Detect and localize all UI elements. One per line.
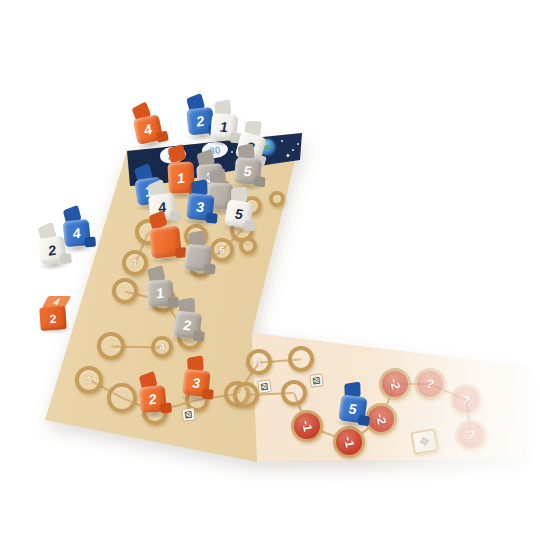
pawn-white-2: 2: [35, 222, 70, 269]
pawn-value: 1: [177, 169, 186, 185]
pawn-foot: [358, 415, 370, 426]
pawn-foot: [202, 389, 214, 400]
orange-die: 42: [40, 296, 70, 332]
pawn-orange-3: 3: [181, 356, 215, 403]
pawn-orange-2: 2: [137, 372, 171, 418]
pawn-value: 2: [149, 391, 157, 408]
pawn-value: 2: [197, 113, 205, 130]
pawn-gray-5: 5: [233, 144, 266, 190]
pawn-white-5: 5: [222, 186, 259, 234]
pawn-head: [168, 144, 187, 164]
pawn-foot: [160, 403, 172, 414]
pawn-gray-back: [183, 231, 217, 277]
pieces-layer: 21435131435421232542: [0, 0, 540, 540]
pawn-foot: [206, 213, 218, 224]
pawn-value: 2: [48, 242, 56, 259]
pawn-value: 3: [191, 375, 202, 392]
pawn-foot: [193, 331, 205, 342]
pawn-value: 4: [144, 121, 153, 139]
pawn-foot: [204, 264, 216, 275]
pawn-value: 5: [347, 401, 359, 418]
pawn-value: 2: [182, 317, 193, 334]
pawn-gray-2: 2: [172, 297, 207, 344]
pawn-value: 1: [156, 285, 165, 301]
pawn-orange-4: 4: [129, 101, 167, 150]
pawn-blue-3: 3: [185, 180, 219, 227]
pawn-value: 1: [219, 119, 230, 135]
scene: 20 30 ✦ 76431 -1-1-2-2??? ⚄⚄⚄❖ 214351314…: [0, 0, 540, 540]
pawn-foot: [244, 220, 256, 232]
pawn-value: 4: [73, 225, 81, 242]
pawn-foot: [254, 176, 266, 187]
pawn-foot: [60, 253, 72, 264]
pawn-value: 5: [233, 206, 245, 223]
pawn-gray-1: 1: [145, 266, 177, 312]
die-front-face: 2: [39, 306, 67, 331]
pawn-orange-back: [146, 210, 185, 263]
pawn-foot: [84, 237, 96, 248]
pawn-value: 5: [243, 163, 254, 179]
pawn-value: 3: [195, 199, 206, 216]
pawn-blue-5: 5: [337, 381, 373, 429]
